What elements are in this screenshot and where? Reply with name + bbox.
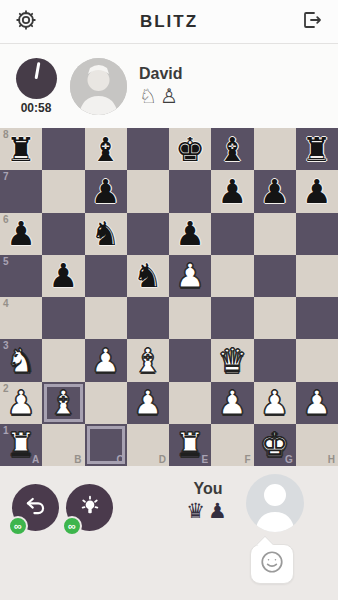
white-pawn-c3[interactable]: ♟ <box>91 344 121 377</box>
black-pawn-b5[interactable]: ♟ <box>49 259 79 292</box>
white-pawn-d2[interactable]: ♟ <box>133 386 163 419</box>
white-pawn-e5[interactable]: ♟ <box>175 259 205 292</box>
white-knight-a3[interactable]: ♞ <box>6 344 36 377</box>
square-a3[interactable]: 3♞ <box>0 339 42 381</box>
square-c4[interactable] <box>85 297 127 339</box>
black-pawn-c7[interactable]: ♟ <box>91 175 121 208</box>
square-d2[interactable]: ♟ <box>127 382 169 424</box>
rank-label-7: 7 <box>3 171 9 182</box>
square-d5[interactable]: ♞ <box>127 255 169 297</box>
square-f3[interactable]: ♛ <box>211 339 253 381</box>
square-b5[interactable]: ♟ <box>42 255 84 297</box>
square-h3[interactable] <box>296 339 338 381</box>
square-a8[interactable]: 8♜ <box>0 128 42 170</box>
file-label-d: D <box>159 454 166 465</box>
white-king-g1[interactable]: ♚ <box>260 428 290 461</box>
square-h8[interactable]: ♜ <box>296 128 338 170</box>
square-h6[interactable] <box>296 213 338 255</box>
square-h2[interactable]: ♟ <box>296 382 338 424</box>
square-a7[interactable]: 7 <box>0 170 42 212</box>
black-rook-h8[interactable]: ♜ <box>302 133 332 166</box>
opponent-avatar[interactable] <box>70 58 127 115</box>
rank-label-5: 5 <box>3 256 9 267</box>
square-g5[interactable] <box>254 255 296 297</box>
opponent-info: David ♘♙ <box>139 65 183 108</box>
square-d4[interactable] <box>127 297 169 339</box>
white-bishop-d3[interactable]: ♝ <box>133 344 163 377</box>
player-label: You <box>193 480 222 498</box>
square-c8[interactable]: ♝ <box>85 128 127 170</box>
square-e2[interactable] <box>169 382 211 424</box>
opponent-time: 00:58 <box>21 101 52 115</box>
square-a4[interactable]: 4 <box>0 297 42 339</box>
opponent-name: David <box>139 65 183 83</box>
page-title: BLITZ <box>0 12 338 32</box>
square-d1[interactable]: D <box>127 424 169 466</box>
square-f8[interactable]: ♝ <box>211 128 253 170</box>
black-pawn-f7[interactable]: ♟ <box>218 175 248 208</box>
square-g3[interactable] <box>254 339 296 381</box>
black-king-e8[interactable]: ♚ <box>175 133 205 166</box>
file-label-b: B <box>74 454 81 465</box>
player-panel: You ♛♟ <box>180 480 236 523</box>
chess-app: BLITZ 00:58 David ♘♙ <box>0 0 338 600</box>
square-a1[interactable]: 1A♜ <box>0 424 42 466</box>
white-pawn-g2[interactable]: ♟ <box>260 386 290 419</box>
square-e3[interactable] <box>169 339 211 381</box>
white-rook-e1[interactable]: ♜ <box>175 428 205 461</box>
exit-button[interactable] <box>298 8 326 36</box>
file-label-h: H <box>328 454 335 465</box>
opponent-clock: 00:58 <box>10 58 62 115</box>
bottom-bar: ∞ ∞ You ♛♟ <box>0 466 338 599</box>
square-c5[interactable] <box>85 255 127 297</box>
black-pawn-h7[interactable]: ♟ <box>302 175 332 208</box>
square-c1[interactable]: C <box>85 424 127 466</box>
logout-icon <box>300 8 324 36</box>
square-a2[interactable]: 2♟ <box>0 382 42 424</box>
hint-button[interactable]: ∞ <box>66 484 113 531</box>
smiley-icon <box>259 549 285 579</box>
square-f7[interactable]: ♟ <box>211 170 253 212</box>
square-f1[interactable]: F <box>211 424 253 466</box>
square-e5[interactable]: ♟ <box>169 255 211 297</box>
square-a5[interactable]: 5 <box>0 255 42 297</box>
black-rook-a8[interactable]: ♜ <box>6 133 36 166</box>
square-b3[interactable] <box>42 339 84 381</box>
square-d6[interactable] <box>127 213 169 255</box>
person-silhouette-icon <box>246 474 304 532</box>
square-h1[interactable]: H <box>296 424 338 466</box>
square-c2[interactable] <box>85 382 127 424</box>
square-b7[interactable] <box>42 170 84 212</box>
undo-count-badge: ∞ <box>8 516 28 536</box>
square-c7[interactable]: ♟ <box>85 170 127 212</box>
file-label-c: C <box>117 454 124 465</box>
square-g2[interactable]: ♟ <box>254 382 296 424</box>
square-a6[interactable]: 6♟ <box>0 213 42 255</box>
square-c6[interactable]: ♞ <box>85 213 127 255</box>
square-b4[interactable] <box>42 297 84 339</box>
square-b1[interactable]: B <box>42 424 84 466</box>
black-pawn-a6[interactable]: ♟ <box>6 217 36 250</box>
black-pawn-g7[interactable]: ♟ <box>260 175 290 208</box>
hint-count-badge: ∞ <box>62 516 82 536</box>
white-rook-a1[interactable]: ♜ <box>6 428 36 461</box>
black-pawn-e6[interactable]: ♟ <box>175 217 205 250</box>
square-e7[interactable] <box>169 170 211 212</box>
white-queen-f3[interactable]: ♛ <box>218 344 248 377</box>
square-e6[interactable]: ♟ <box>169 213 211 255</box>
square-e8[interactable]: ♚ <box>169 128 211 170</box>
square-h4[interactable] <box>296 297 338 339</box>
undo-arrow-icon <box>23 493 49 522</box>
square-d8[interactable] <box>127 128 169 170</box>
top-bar: BLITZ <box>0 0 338 44</box>
square-g7[interactable]: ♟ <box>254 170 296 212</box>
player-captured-pieces: ♛♟ <box>186 499 230 523</box>
square-f6[interactable] <box>211 213 253 255</box>
gear-icon <box>14 8 38 36</box>
square-d3[interactable]: ♝ <box>127 339 169 381</box>
square-e4[interactable] <box>169 297 211 339</box>
square-h5[interactable] <box>296 255 338 297</box>
player-avatar[interactable] <box>246 474 304 532</box>
square-e1[interactable]: E♜ <box>169 424 211 466</box>
black-bishop-f8[interactable]: ♝ <box>218 133 248 166</box>
square-g6[interactable] <box>254 213 296 255</box>
undo-button[interactable]: ∞ <box>12 484 59 531</box>
settings-button[interactable] <box>12 8 40 36</box>
square-g8[interactable] <box>254 128 296 170</box>
lightbulb-icon <box>77 493 103 522</box>
rank-label-4: 4 <box>3 298 9 309</box>
square-f5[interactable] <box>211 255 253 297</box>
black-knight-c6[interactable]: ♞ <box>91 217 121 250</box>
square-b8[interactable] <box>42 128 84 170</box>
white-pawn-f2[interactable]: ♟ <box>218 386 248 419</box>
emoji-chat-button[interactable] <box>250 544 294 584</box>
square-f2[interactable]: ♟ <box>211 382 253 424</box>
white-pawn-a2[interactable]: ♟ <box>6 386 36 419</box>
square-c3[interactable]: ♟ <box>85 339 127 381</box>
black-knight-d5[interactable]: ♞ <box>133 259 163 292</box>
black-bishop-c8[interactable]: ♝ <box>91 133 121 166</box>
square-g1[interactable]: G♚ <box>254 424 296 466</box>
clock-icon <box>16 58 57 99</box>
square-h7[interactable]: ♟ <box>296 170 338 212</box>
square-b6[interactable] <box>42 213 84 255</box>
square-g4[interactable] <box>254 297 296 339</box>
square-f4[interactable] <box>211 297 253 339</box>
chess-board: 8♜♝♚♝♜7♟♟♟♟6♟♞♟5♟♞♟43♞♟♝♛2♟♝♟♟♟♟1A♜BCDE♜… <box>0 128 338 466</box>
square-b2[interactable]: ♝ <box>42 382 84 424</box>
opponent-captured-pieces: ♘♙ <box>139 84 183 108</box>
file-label-f: F <box>244 454 250 465</box>
opponent-panel: 00:58 David ♘♙ <box>0 44 338 128</box>
white-pawn-h2[interactable]: ♟ <box>302 386 332 419</box>
white-bishop-b2[interactable]: ♝ <box>49 386 79 419</box>
opponent-photo <box>70 58 127 115</box>
square-d7[interactable] <box>127 170 169 212</box>
